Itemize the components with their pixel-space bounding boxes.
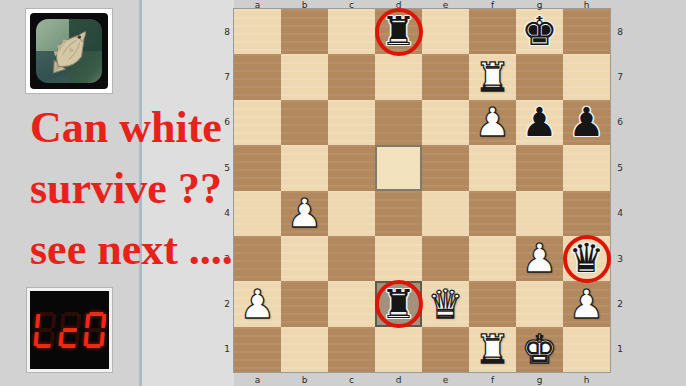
square-g6[interactable]: ♟	[516, 100, 563, 145]
file-label-f: f	[469, 375, 516, 385]
black-king: ♚	[522, 9, 558, 54]
chess-board: ♜♚♜♟♟♟♟♟♛♟♜♛♟♜♚	[234, 9, 610, 372]
file-label-c: c	[328, 375, 375, 385]
square-h3[interactable]: ♛	[563, 236, 610, 281]
file-label-h: h	[563, 375, 610, 385]
rank-label-7: 7	[220, 54, 234, 99]
square-f7[interactable]: ♜	[469, 54, 516, 99]
white-pawn: ♟	[240, 282, 276, 327]
square-e6[interactable]	[422, 100, 469, 145]
square-h7[interactable]	[563, 54, 610, 99]
segment-b	[76, 314, 81, 328]
rank-labels-right: 87654321	[612, 9, 628, 372]
square-e4[interactable]	[422, 191, 469, 236]
square-e1[interactable]	[422, 327, 469, 372]
square-b1[interactable]	[281, 327, 328, 372]
white-pawn: ♟	[569, 282, 605, 327]
square-d3[interactable]	[375, 236, 422, 281]
white-pawn: ♟	[522, 236, 558, 281]
segment-a	[64, 312, 78, 316]
square-f2[interactable]	[469, 281, 516, 326]
square-d2[interactable]: ♜	[375, 281, 422, 326]
square-f3[interactable]	[469, 236, 516, 281]
segment-f	[60, 314, 65, 328]
square-g5[interactable]	[516, 145, 563, 190]
segment-b	[51, 314, 56, 328]
square-c8[interactable]	[328, 9, 375, 54]
square-e3[interactable]	[422, 236, 469, 281]
file-label-e: e	[422, 0, 469, 9]
square-e2[interactable]: ♛	[422, 281, 469, 326]
clock-digit-c	[58, 312, 81, 348]
square-b3[interactable]	[281, 236, 328, 281]
clock-display	[33, 312, 106, 348]
square-g1[interactable]: ♚	[516, 327, 563, 372]
annotation-circle	[563, 235, 611, 283]
segment-d	[36, 344, 50, 348]
file-label-b: b	[281, 0, 328, 9]
file-label-e: e	[422, 375, 469, 385]
rank-label-2: 2	[612, 281, 628, 326]
square-h2[interactable]: ♟	[563, 281, 610, 326]
rank-label-2: 2	[220, 281, 234, 326]
file-label-d: d	[375, 375, 422, 385]
square-b8[interactable]	[281, 9, 328, 54]
segment-f	[85, 314, 90, 328]
square-g3[interactable]: ♟	[516, 236, 563, 281]
square-g7[interactable]	[516, 54, 563, 99]
square-h1[interactable]	[563, 327, 610, 372]
file-label-d: d	[375, 0, 422, 9]
square-e7[interactable]	[422, 54, 469, 99]
annotation-circle	[375, 8, 423, 56]
file-label-f: f	[469, 0, 516, 9]
rank-label-1: 1	[612, 327, 628, 372]
square-b2[interactable]	[281, 281, 328, 326]
rank-label-8: 8	[220, 9, 234, 54]
square-e5[interactable]	[422, 145, 469, 190]
stockfish-logo-tile	[30, 13, 108, 89]
segment-a	[89, 312, 103, 316]
rank-label-8: 8	[612, 9, 628, 54]
clock-digit-0	[83, 312, 106, 348]
rank-label-4: 4	[612, 191, 628, 236]
file-label-g: g	[516, 0, 563, 9]
square-g2[interactable]	[516, 281, 563, 326]
segment-e	[83, 332, 88, 346]
segment-g	[62, 328, 76, 332]
square-a1[interactable]	[234, 327, 281, 372]
thumbnail-stage: Can white survive ?? see next .... ♜♚♜♟♟…	[0, 0, 686, 386]
rank-label-7: 7	[612, 54, 628, 99]
digital-clock-face	[30, 291, 109, 369]
stockfish-fish-icon	[30, 13, 108, 89]
square-h8[interactable]	[563, 9, 610, 54]
file-labels-top: abcdefgh	[234, 0, 610, 9]
file-label-c: c	[328, 0, 375, 9]
segment-e	[58, 332, 63, 346]
white-rook: ♜	[475, 55, 511, 100]
file-label-g: g	[516, 375, 563, 385]
square-c3[interactable]	[328, 236, 375, 281]
white-king: ♚	[522, 327, 558, 372]
segment-e	[33, 332, 38, 346]
caption-text: Can white survive ?? see next ....	[30, 97, 233, 280]
square-h4[interactable]	[563, 191, 610, 236]
square-a4[interactable]	[234, 191, 281, 236]
square-g4[interactable]	[516, 191, 563, 236]
file-labels-bottom: abcdefgh	[234, 373, 610, 386]
segment-d	[61, 344, 75, 348]
segment-b	[101, 314, 106, 328]
square-h6[interactable]: ♟	[563, 100, 610, 145]
square-b4[interactable]: ♟	[281, 191, 328, 236]
caption-line-3: see next ....	[30, 219, 233, 280]
square-f5[interactable]	[469, 145, 516, 190]
square-d6[interactable]	[375, 100, 422, 145]
square-d5[interactable]	[375, 145, 422, 190]
square-f4[interactable]	[469, 191, 516, 236]
white-rook: ♜	[475, 327, 511, 372]
square-c5[interactable]	[328, 145, 375, 190]
square-d1[interactable]	[375, 327, 422, 372]
square-c2[interactable]	[328, 281, 375, 326]
rank-label-6: 6	[612, 100, 628, 145]
file-label-a: a	[234, 375, 281, 385]
square-b5[interactable]	[281, 145, 328, 190]
square-g8[interactable]: ♚	[516, 9, 563, 54]
white-pawn: ♟	[475, 100, 511, 145]
rank-label-5: 5	[612, 145, 628, 190]
square-a2[interactable]: ♟	[234, 281, 281, 326]
file-label-h: h	[563, 0, 610, 9]
square-d8[interactable]: ♜	[375, 9, 422, 54]
black-pawn: ♟	[522, 100, 558, 145]
square-f1[interactable]: ♜	[469, 327, 516, 372]
black-pawn: ♟	[569, 100, 605, 145]
square-a3[interactable]	[234, 236, 281, 281]
file-label-b: b	[281, 375, 328, 385]
segment-g	[87, 328, 101, 332]
square-a8[interactable]	[234, 9, 281, 54]
stockfish-logo	[25, 8, 113, 94]
square-c6[interactable]	[328, 100, 375, 145]
digital-clock	[26, 287, 113, 373]
square-c7[interactable]	[328, 54, 375, 99]
square-e8[interactable]	[422, 9, 469, 54]
segment-a	[39, 312, 53, 316]
white-pawn: ♟	[287, 191, 323, 236]
square-a7[interactable]	[234, 54, 281, 99]
segment-g	[37, 328, 51, 332]
white-queen: ♛	[428, 282, 464, 327]
square-c1[interactable]	[328, 327, 375, 372]
square-d4[interactable]	[375, 191, 422, 236]
annotation-circle	[375, 280, 423, 328]
segment-d	[86, 344, 100, 348]
square-h5[interactable]	[563, 145, 610, 190]
square-f8[interactable]	[469, 9, 516, 54]
square-a5[interactable]	[234, 145, 281, 190]
square-a6[interactable]	[234, 100, 281, 145]
square-c4[interactable]	[328, 191, 375, 236]
rank-label-3: 3	[612, 236, 628, 281]
square-b6[interactable]	[281, 100, 328, 145]
rank-label-1: 1	[220, 327, 234, 372]
square-d7[interactable]	[375, 54, 422, 99]
square-f6[interactable]: ♟	[469, 100, 516, 145]
caption-line-2: survive ??	[30, 158, 233, 219]
file-label-a: a	[234, 0, 281, 9]
segment-f	[35, 314, 40, 328]
clock-digit-L	[33, 312, 56, 348]
caption-line-1: Can white	[30, 97, 233, 158]
square-b7[interactable]	[281, 54, 328, 99]
